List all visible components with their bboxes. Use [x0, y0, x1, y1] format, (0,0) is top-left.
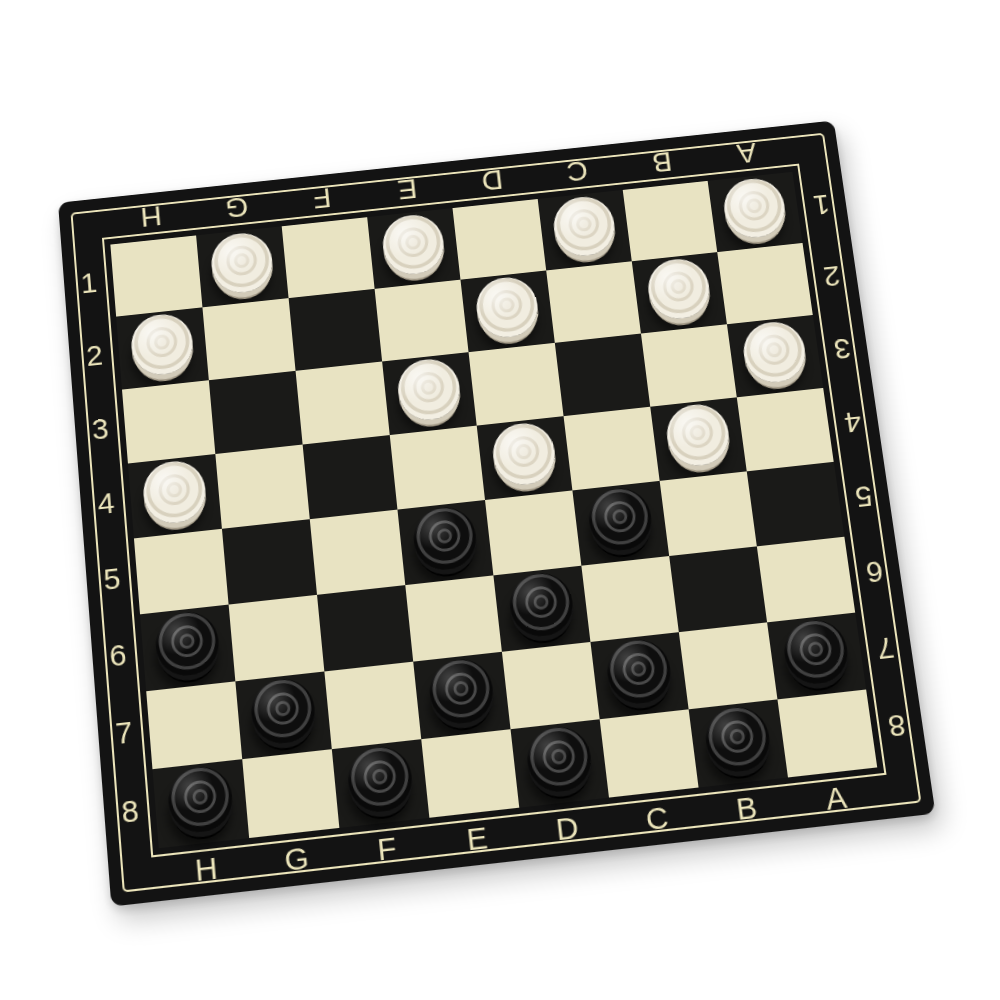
- piece-white-H2[interactable]: [129, 311, 195, 377]
- piece-black-C7[interactable]: [604, 636, 674, 706]
- rank-right-label-1: 1: [792, 167, 851, 243]
- file-bottom-label-A: A: [788, 767, 885, 829]
- piece-white-B2[interactable]: [645, 256, 713, 321]
- piece-black-E7[interactable]: [427, 656, 496, 726]
- square-A7[interactable]: [767, 613, 866, 700]
- square-G1[interactable]: [196, 226, 288, 307]
- square-C7[interactable]: [590, 632, 688, 719]
- checkers-board: HGFEDCBA HGFEDCBA 12345678 12345678: [58, 120, 935, 906]
- piece-white-E3[interactable]: [395, 356, 462, 423]
- piece-white-A3[interactable]: [740, 319, 809, 385]
- square-D1[interactable]: [452, 199, 546, 280]
- square-H6[interactable]: [140, 605, 235, 692]
- square-B5[interactable]: [660, 471, 757, 556]
- rank-left-label-2: 2: [67, 317, 122, 395]
- file-bottom-label-B: B: [699, 777, 795, 839]
- rank-left-label-5: 5: [84, 538, 140, 619]
- square-C6[interactable]: [581, 556, 678, 642]
- photo-background: HGFEDCBA HGFEDCBA 12345678 12345678: [0, 0, 1000, 1000]
- square-E3[interactable]: [382, 352, 477, 435]
- piece-white-C1[interactable]: [551, 194, 618, 259]
- square-D5[interactable]: [485, 490, 581, 575]
- square-C4[interactable]: [564, 407, 660, 491]
- square-E2[interactable]: [375, 280, 469, 362]
- square-H7[interactable]: [146, 681, 242, 769]
- square-D2[interactable]: [460, 270, 554, 352]
- rank-left-label-8: 8: [101, 769, 158, 854]
- square-E7[interactable]: [413, 652, 510, 739]
- piece-black-D8[interactable]: [524, 723, 594, 794]
- piece-black-D6[interactable]: [507, 570, 576, 639]
- rank-left-label-1: 1: [62, 245, 117, 322]
- square-H1[interactable]: [110, 235, 202, 316]
- square-F3[interactable]: [296, 361, 390, 444]
- square-H3[interactable]: [122, 380, 215, 463]
- square-E4[interactable]: [390, 426, 485, 510]
- square-F2[interactable]: [289, 289, 383, 371]
- rank-right-label-3: 3: [813, 310, 872, 388]
- rank-left-label-7: 7: [95, 691, 152, 775]
- piece-white-D4[interactable]: [490, 420, 558, 487]
- piece-white-A1[interactable]: [720, 176, 788, 240]
- file-bottom-label-C: C: [609, 788, 705, 850]
- square-H5[interactable]: [134, 529, 229, 615]
- square-B3[interactable]: [641, 324, 737, 406]
- piece-white-B4[interactable]: [663, 401, 732, 468]
- square-E5[interactable]: [397, 500, 493, 585]
- file-bottom-label-D: D: [519, 798, 615, 860]
- square-D6[interactable]: [493, 566, 590, 652]
- square-C5[interactable]: [572, 481, 669, 566]
- piece-black-F8[interactable]: [345, 743, 415, 814]
- square-B4[interactable]: [650, 397, 747, 481]
- square-F5[interactable]: [310, 510, 406, 595]
- square-G6[interactable]: [229, 595, 325, 682]
- square-D4[interactable]: [477, 416, 573, 500]
- square-E1[interactable]: [367, 208, 460, 289]
- square-B2[interactable]: [632, 252, 727, 333]
- square-F8[interactable]: [332, 739, 430, 828]
- square-E8[interactable]: [421, 729, 519, 818]
- square-B1[interactable]: [623, 181, 717, 261]
- square-F6[interactable]: [317, 585, 413, 671]
- square-F4[interactable]: [303, 435, 398, 519]
- square-A5[interactable]: [747, 462, 845, 547]
- square-G3[interactable]: [209, 371, 303, 454]
- square-C2[interactable]: [546, 261, 641, 343]
- square-A6[interactable]: [757, 537, 855, 623]
- square-C3[interactable]: [555, 334, 650, 417]
- rank-left-label-6: 6: [90, 614, 147, 697]
- playing-grid: [110, 172, 877, 848]
- square-E6[interactable]: [405, 575, 502, 661]
- square-B7[interactable]: [679, 622, 778, 709]
- file-bottom-label-F: F: [339, 818, 434, 881]
- square-B8[interactable]: [689, 699, 788, 787]
- piece-black-B8[interactable]: [702, 703, 773, 774]
- square-A4[interactable]: [737, 388, 834, 471]
- rank-left-label-4: 4: [78, 464, 134, 544]
- file-bottom-label-H: H: [159, 838, 254, 901]
- file-bottom-label-G: G: [249, 828, 344, 891]
- square-G7[interactable]: [235, 671, 331, 759]
- piece-black-C5[interactable]: [586, 485, 655, 553]
- square-D7[interactable]: [502, 642, 600, 729]
- square-D8[interactable]: [511, 719, 609, 807]
- piece-white-H4[interactable]: [141, 458, 208, 526]
- square-G8[interactable]: [242, 749, 339, 838]
- square-H8[interactable]: [152, 759, 249, 848]
- square-G4[interactable]: [215, 445, 309, 529]
- rank-right-label-2: 2: [803, 238, 862, 315]
- square-F7[interactable]: [324, 662, 421, 750]
- square-D3[interactable]: [469, 343, 564, 426]
- piece-black-G7[interactable]: [249, 675, 318, 745]
- square-F1[interactable]: [282, 217, 375, 298]
- square-A2[interactable]: [717, 243, 813, 324]
- square-C8[interactable]: [600, 709, 699, 797]
- square-H2[interactable]: [116, 307, 209, 389]
- rank-left-label-3: 3: [73, 390, 128, 469]
- square-A8[interactable]: [777, 689, 877, 777]
- square-H4[interactable]: [128, 454, 222, 538]
- piece-white-E1[interactable]: [380, 212, 447, 277]
- square-G2[interactable]: [202, 298, 295, 380]
- piece-white-D2[interactable]: [473, 274, 540, 340]
- piece-black-A7[interactable]: [780, 617, 851, 687]
- piece-black-H8[interactable]: [166, 763, 235, 834]
- square-A3[interactable]: [727, 315, 823, 397]
- piece-black-E5[interactable]: [411, 504, 479, 572]
- square-G5[interactable]: [222, 519, 317, 604]
- file-bottom-label-E: E: [429, 808, 525, 870]
- square-A1[interactable]: [708, 172, 803, 252]
- piece-white-G1[interactable]: [209, 230, 275, 295]
- square-B6[interactable]: [669, 546, 767, 632]
- square-C1[interactable]: [538, 190, 632, 271]
- piece-black-H6[interactable]: [153, 609, 221, 679]
